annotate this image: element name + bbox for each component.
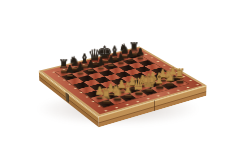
pawn-glyph: ♟ bbox=[65, 65, 75, 75]
square-a1: ♜ bbox=[97, 100, 115, 108]
product-photo: ♜♞♝♛♚♝♞♜♟♟♟♟♟♟♟♟♟♟♟♟♟♟♟♟♜♞♝♛♚♝♞♜ bbox=[0, 0, 240, 150]
rook-glyph: ♜ bbox=[100, 88, 113, 101]
square-a7: ♟ bbox=[62, 74, 78, 81]
board-border: ♜♞♝♛♚♝♞♜♟♟♟♟♟♟♟♟♟♟♟♟♟♟♟♟♜♞♝♛♚♝♞♜ bbox=[43, 48, 203, 115]
piece-base bbox=[67, 75, 72, 77]
piece-base bbox=[102, 100, 110, 103]
piece-black-pawn: ♟ bbox=[60, 65, 80, 77]
piece-white-rook: ♜ bbox=[95, 88, 116, 104]
board-top: ♜♞♝♛♚♝♞♜♟♟♟♟♟♟♟♟♟♟♟♟♟♟♟♟♜♞♝♛♚♝♞♜ bbox=[39, 46, 207, 116]
chess-board: ♜♞♝♛♚♝♞♜♟♟♟♟♟♟♟♟♟♟♟♟♟♟♟♟♜♞♝♛♚♝♞♜ bbox=[39, 46, 207, 116]
scene: ♜♞♝♛♚♝♞♜♟♟♟♟♟♟♟♟♟♟♟♟♟♟♟♟♜♞♝♛♚♝♞♜ bbox=[0, 0, 240, 150]
